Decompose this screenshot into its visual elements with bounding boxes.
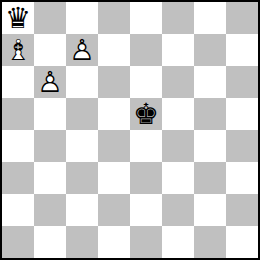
square-a3[interactable]: [2, 162, 34, 194]
square-e8[interactable]: [130, 2, 162, 34]
black-queen-piece: ♛: [2, 2, 34, 34]
square-h3[interactable]: [226, 162, 258, 194]
white-bishop-glyph: ♗: [2, 34, 34, 66]
square-a7[interactable]: ♝♗: [2, 34, 34, 66]
square-c7[interactable]: ♟♙: [66, 34, 98, 66]
square-d5[interactable]: [98, 98, 130, 130]
square-b4[interactable]: [34, 130, 66, 162]
square-g2[interactable]: [194, 194, 226, 226]
square-d8[interactable]: [98, 2, 130, 34]
square-a2[interactable]: [2, 194, 34, 226]
square-h5[interactable]: [226, 98, 258, 130]
square-c3[interactable]: [66, 162, 98, 194]
square-e3[interactable]: [130, 162, 162, 194]
square-c6[interactable]: [66, 66, 98, 98]
square-g4[interactable]: [194, 130, 226, 162]
square-a5[interactable]: [2, 98, 34, 130]
square-e6[interactable]: [130, 66, 162, 98]
square-d4[interactable]: [98, 130, 130, 162]
white-pawn-piece: ♟♙: [66, 34, 98, 66]
white-pawn-piece: ♟♙: [34, 66, 66, 98]
square-g1[interactable]: [194, 226, 226, 258]
square-g8[interactable]: [194, 2, 226, 34]
square-b3[interactable]: [34, 162, 66, 194]
white-bishop-piece: ♝♗: [2, 34, 34, 66]
white-pawn-glyph: ♙: [66, 34, 98, 66]
square-d1[interactable]: [98, 226, 130, 258]
square-f3[interactable]: [162, 162, 194, 194]
square-b7[interactable]: [34, 34, 66, 66]
square-g3[interactable]: [194, 162, 226, 194]
square-g6[interactable]: [194, 66, 226, 98]
square-e1[interactable]: [130, 226, 162, 258]
square-g7[interactable]: [194, 34, 226, 66]
square-f2[interactable]: [162, 194, 194, 226]
square-b1[interactable]: [34, 226, 66, 258]
square-f1[interactable]: [162, 226, 194, 258]
square-h1[interactable]: [226, 226, 258, 258]
square-e4[interactable]: [130, 130, 162, 162]
black-king-glyph: ♚: [130, 98, 162, 130]
square-b6[interactable]: ♟♙: [34, 66, 66, 98]
square-h2[interactable]: [226, 194, 258, 226]
square-b8[interactable]: [34, 2, 66, 34]
square-c2[interactable]: [66, 194, 98, 226]
square-e2[interactable]: [130, 194, 162, 226]
square-a4[interactable]: [2, 130, 34, 162]
square-e7[interactable]: [130, 34, 162, 66]
chess-board-frame: ♛♝♗♟♙♟♙♚: [0, 0, 260, 260]
white-pawn-glyph: ♙: [34, 66, 66, 98]
square-c4[interactable]: [66, 130, 98, 162]
square-h6[interactable]: [226, 66, 258, 98]
square-h8[interactable]: [226, 2, 258, 34]
square-b5[interactable]: [34, 98, 66, 130]
chess-board: ♛♝♗♟♙♟♙♚: [2, 2, 258, 258]
square-h4[interactable]: [226, 130, 258, 162]
square-a6[interactable]: [2, 66, 34, 98]
square-f6[interactable]: [162, 66, 194, 98]
square-a1[interactable]: [2, 226, 34, 258]
square-b2[interactable]: [34, 194, 66, 226]
square-c8[interactable]: [66, 2, 98, 34]
black-king-piece: ♚: [130, 98, 162, 130]
square-c5[interactable]: [66, 98, 98, 130]
square-e5[interactable]: ♚: [130, 98, 162, 130]
square-f7[interactable]: [162, 34, 194, 66]
square-d6[interactable]: [98, 66, 130, 98]
black-queen-glyph: ♛: [2, 2, 34, 34]
square-f5[interactable]: [162, 98, 194, 130]
square-d7[interactable]: [98, 34, 130, 66]
square-h7[interactable]: [226, 34, 258, 66]
square-f4[interactable]: [162, 130, 194, 162]
square-d2[interactable]: [98, 194, 130, 226]
square-d3[interactable]: [98, 162, 130, 194]
square-g5[interactable]: [194, 98, 226, 130]
square-c1[interactable]: [66, 226, 98, 258]
square-a8[interactable]: ♛: [2, 2, 34, 34]
square-f8[interactable]: [162, 2, 194, 34]
